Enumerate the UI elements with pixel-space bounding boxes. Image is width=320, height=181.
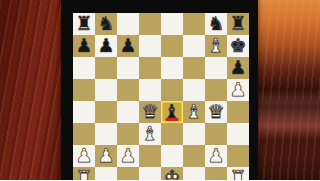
piece-white-pawn: ♟ xyxy=(119,146,136,165)
square-h3[interactable] xyxy=(227,123,249,145)
square-e1[interactable]: ♚ xyxy=(161,167,183,180)
piece-white-queen: ♛ xyxy=(141,102,158,121)
square-a1[interactable]: ♜ xyxy=(73,167,95,180)
square-c2[interactable]: ♟ xyxy=(117,145,139,167)
square-e3[interactable] xyxy=(161,123,183,145)
square-g4[interactable]: ♛ xyxy=(205,101,227,123)
square-b4[interactable] xyxy=(95,101,117,123)
thumbnail-scene: ♜♞♞♜♟♟♟♝♚♟♟♛♝♝♛♝♟♟♟♟♜♚♜ xyxy=(0,0,320,180)
square-d2[interactable] xyxy=(139,145,161,167)
square-b7[interactable]: ♟ xyxy=(95,35,117,57)
background-right-shadow-band xyxy=(254,92,320,126)
chess-board: ♜♞♞♜♟♟♟♝♚♟♟♛♝♝♛♝♟♟♟♟♜♚♜ xyxy=(73,13,249,180)
piece-black-pawn: ♟ xyxy=(97,36,114,55)
background-left-wood xyxy=(0,0,66,180)
move-annotation-marker xyxy=(166,118,179,121)
square-b6[interactable] xyxy=(95,57,117,79)
square-f3[interactable] xyxy=(183,123,205,145)
square-f6[interactable] xyxy=(183,57,205,79)
piece-black-king: ♚ xyxy=(229,36,246,55)
square-e4[interactable]: ♝ xyxy=(161,101,183,123)
square-d4[interactable]: ♛ xyxy=(139,101,161,123)
tablet-device: ♜♞♞♜♟♟♟♝♚♟♟♛♝♝♛♝♟♟♟♟♜♚♜ xyxy=(61,0,258,180)
piece-black-rook: ♜ xyxy=(75,14,92,33)
square-h7[interactable]: ♚ xyxy=(227,35,249,57)
square-f2[interactable] xyxy=(183,145,205,167)
square-c6[interactable] xyxy=(117,57,139,79)
square-a6[interactable] xyxy=(73,57,95,79)
piece-white-queen: ♛ xyxy=(207,102,224,121)
square-a2[interactable]: ♟ xyxy=(73,145,95,167)
piece-black-knight: ♞ xyxy=(97,14,114,33)
square-a5[interactable] xyxy=(73,79,95,101)
piece-black-pawn: ♟ xyxy=(229,58,246,77)
square-b1[interactable] xyxy=(95,167,117,180)
piece-black-rook: ♜ xyxy=(229,14,246,33)
square-e7[interactable] xyxy=(161,35,183,57)
square-c3[interactable] xyxy=(117,123,139,145)
piece-black-pawn: ♟ xyxy=(75,36,92,55)
square-g2[interactable]: ♟ xyxy=(205,145,227,167)
square-g6[interactable] xyxy=(205,57,227,79)
piece-white-rook: ♜ xyxy=(75,168,92,181)
piece-black-pawn: ♟ xyxy=(119,36,136,55)
square-a3[interactable] xyxy=(73,123,95,145)
square-f1[interactable] xyxy=(183,167,205,180)
square-c7[interactable]: ♟ xyxy=(117,35,139,57)
square-g1[interactable] xyxy=(205,167,227,180)
square-e6[interactable] xyxy=(161,57,183,79)
square-f7[interactable] xyxy=(183,35,205,57)
square-b2[interactable]: ♟ xyxy=(95,145,117,167)
piece-white-bishop: ♝ xyxy=(207,36,224,55)
square-c5[interactable] xyxy=(117,79,139,101)
piece-white-pawn: ♟ xyxy=(75,146,92,165)
square-d6[interactable] xyxy=(139,57,161,79)
square-d3[interactable]: ♝ xyxy=(139,123,161,145)
square-f8[interactable] xyxy=(183,13,205,35)
square-h5[interactable]: ♟ xyxy=(227,79,249,101)
square-g3[interactable] xyxy=(205,123,227,145)
square-b3[interactable] xyxy=(95,123,117,145)
square-a8[interactable]: ♜ xyxy=(73,13,95,35)
square-c8[interactable] xyxy=(117,13,139,35)
square-e8[interactable] xyxy=(161,13,183,35)
piece-black-knight: ♞ xyxy=(207,14,224,33)
square-f4[interactable]: ♝ xyxy=(183,101,205,123)
square-g8[interactable]: ♞ xyxy=(205,13,227,35)
piece-white-pawn: ♟ xyxy=(207,146,224,165)
background-right-wood xyxy=(254,0,320,180)
square-g7[interactable]: ♝ xyxy=(205,35,227,57)
square-d7[interactable] xyxy=(139,35,161,57)
square-h4[interactable] xyxy=(227,101,249,123)
square-d1[interactable] xyxy=(139,167,161,180)
square-a7[interactable]: ♟ xyxy=(73,35,95,57)
square-h2[interactable] xyxy=(227,145,249,167)
piece-white-bishop: ♝ xyxy=(185,102,202,121)
square-b8[interactable]: ♞ xyxy=(95,13,117,35)
piece-white-bishop: ♝ xyxy=(141,124,158,143)
square-h8[interactable]: ♜ xyxy=(227,13,249,35)
square-b5[interactable] xyxy=(95,79,117,101)
square-e2[interactable] xyxy=(161,145,183,167)
square-h1[interactable]: ♜ xyxy=(227,167,249,180)
square-g5[interactable] xyxy=(205,79,227,101)
square-f5[interactable] xyxy=(183,79,205,101)
square-d8[interactable] xyxy=(139,13,161,35)
piece-white-king: ♚ xyxy=(163,168,180,181)
square-c1[interactable] xyxy=(117,167,139,180)
square-h6[interactable]: ♟ xyxy=(227,57,249,79)
piece-white-rook: ♜ xyxy=(229,168,246,181)
square-d5[interactable] xyxy=(139,79,161,101)
square-c4[interactable] xyxy=(117,101,139,123)
piece-white-pawn: ♟ xyxy=(97,146,114,165)
piece-white-pawn: ♟ xyxy=(229,80,246,99)
square-e5[interactable] xyxy=(161,79,183,101)
square-a4[interactable] xyxy=(73,101,95,123)
